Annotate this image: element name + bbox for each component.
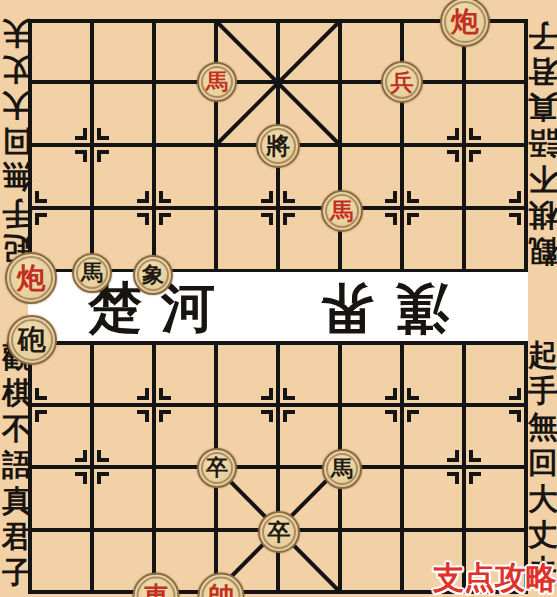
palace-diagonals	[0, 0, 557, 597]
piece-red-horse[interactable]: 馬	[197, 62, 237, 102]
xiangqi-board-screenshot: 楚河界漢 夫丈大回無手起觀棋不語真君子子君真語不棋觀起手無回大丈夫 炮馬兵將馬馬…	[0, 0, 557, 597]
left-bottom-couplet-character: 君	[2, 522, 32, 552]
piece-black-horse[interactable]: 馬	[322, 449, 362, 489]
right-bottom-couplet-character: 丈	[528, 520, 557, 550]
piece-black-elephant[interactable]: 象	[133, 255, 173, 295]
right-bottom-couplet-character: 大	[528, 484, 557, 514]
piece-red-horse[interactable]: 馬	[321, 190, 363, 232]
piece-glyph: 馬	[331, 458, 353, 480]
right-top-couplet-character: 君	[528, 56, 557, 86]
left-top-couplet-character: 回	[2, 126, 32, 156]
left-top-couplet-character: 手	[2, 198, 32, 228]
piece-glyph: 馬	[206, 71, 228, 93]
right-top-couplet-character: 子	[528, 20, 557, 50]
left-bottom-couplet-character: 真	[2, 486, 32, 516]
piece-black-general[interactable]: 將	[256, 124, 300, 168]
piece-red-soldier[interactable]: 兵	[381, 61, 423, 103]
right-top-couplet-character: 語	[528, 128, 557, 158]
right-bottom-couplet-character: 手	[528, 376, 557, 406]
piece-glyph: 炮	[17, 264, 46, 293]
piece-black-soldier[interactable]: 卒	[197, 448, 237, 488]
left-bottom-couplet-character: 語	[2, 450, 32, 480]
piece-glyph: 卒	[206, 457, 228, 479]
left-top-couplet-character: 無	[2, 162, 32, 192]
left-bottom-couplet-character: 不	[2, 414, 32, 444]
watermark-text: 支点攻略	[433, 557, 557, 597]
river-character: 界	[320, 281, 374, 335]
piece-glyph: 砲	[18, 326, 46, 354]
right-bottom-couplet-character: 回	[528, 448, 557, 478]
left-bottom-couplet-character: 棋	[2, 378, 32, 408]
piece-glyph: 帥	[208, 583, 234, 597]
river-character: 漢	[395, 281, 449, 335]
piece-glyph: 馬	[81, 262, 103, 284]
right-top-couplet-character: 觀	[528, 236, 557, 266]
piece-glyph: 馬	[331, 200, 354, 223]
left-bottom-couplet-character: 子	[2, 558, 32, 588]
right-bottom-couplet-character: 起	[528, 340, 557, 370]
right-top-couplet-character: 棋	[528, 200, 557, 230]
piece-glyph: 車	[143, 583, 169, 597]
piece-glyph: 兵	[391, 71, 414, 94]
right-top-couplet-character: 不	[528, 164, 557, 194]
piece-black-horse[interactable]: 馬	[72, 253, 112, 293]
right-top-couplet-character: 真	[528, 92, 557, 122]
left-top-couplet-character: 大	[2, 90, 32, 120]
piece-glyph: 象	[142, 264, 164, 286]
piece-glyph: 將	[266, 134, 290, 158]
piece-glyph: 卒	[268, 521, 291, 544]
piece-red-cannon[interactable]: 炮	[5, 252, 57, 304]
piece-glyph: 炮	[451, 8, 479, 36]
river-character: 河	[161, 281, 215, 335]
piece-black-cannon[interactable]: 砲	[7, 315, 57, 365]
piece-black-soldier[interactable]: 卒	[258, 511, 300, 553]
right-bottom-couplet-character: 無	[528, 412, 557, 442]
left-top-couplet-character: 丈	[2, 54, 32, 84]
left-top-couplet-character: 夫	[2, 18, 32, 48]
